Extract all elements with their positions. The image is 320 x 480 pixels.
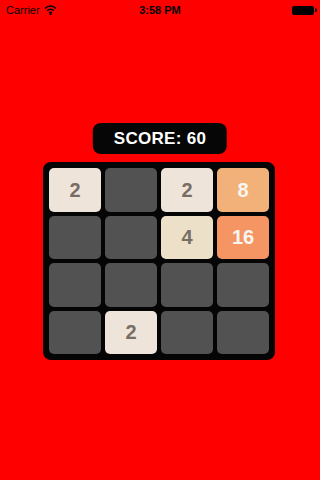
- empty-cell: [49, 216, 101, 260]
- score-badge: SCORE: 60: [93, 123, 227, 154]
- battery-nub: [315, 8, 317, 12]
- tile-8: 8: [217, 168, 269, 212]
- empty-cell: [49, 263, 101, 307]
- empty-cell: [49, 311, 101, 355]
- game-board[interactable]: 2284162: [43, 162, 275, 360]
- app-screen: Carrier 3:58 PM SCORE: 60 2284162: [0, 0, 320, 480]
- score-label: SCORE: 60: [114, 129, 206, 149]
- tile-2: 2: [105, 311, 157, 355]
- tile-4: 4: [161, 216, 213, 260]
- empty-cell: [105, 263, 157, 307]
- battery-icon: [292, 6, 314, 15]
- tile-2: 2: [49, 168, 101, 212]
- empty-cell: [161, 263, 213, 307]
- empty-cell: [161, 311, 213, 355]
- status-bar: Carrier 3:58 PM: [0, 0, 320, 20]
- carrier-label: Carrier: [6, 4, 40, 16]
- tile-16: 16: [217, 216, 269, 260]
- empty-cell: [105, 168, 157, 212]
- empty-cell: [105, 216, 157, 260]
- status-bar-right: [292, 6, 314, 15]
- wifi-icon: [44, 5, 57, 15]
- empty-cell: [217, 311, 269, 355]
- status-bar-left: Carrier: [6, 4, 57, 16]
- empty-cell: [217, 263, 269, 307]
- tile-2: 2: [161, 168, 213, 212]
